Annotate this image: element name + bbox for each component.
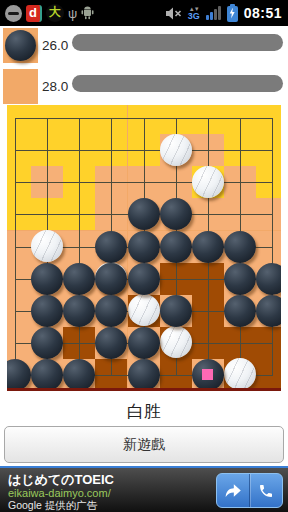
white-stone[interactable] (192, 166, 224, 198)
black-stone[interactable] (31, 295, 63, 327)
black-stone[interactable] (256, 263, 281, 295)
ad-url[interactable]: eikaiwa-daimyo.com/ (8, 487, 111, 499)
white-stone[interactable] (224, 358, 256, 390)
black-stone[interactable] (192, 231, 224, 263)
white-score: 28.0 (42, 71, 70, 103)
black-stone-thumbnail (3, 28, 38, 63)
black-stone[interactable] (128, 198, 160, 230)
black-stone[interactable] (256, 295, 281, 327)
black-score-row: 26.0 (0, 28, 288, 64)
black-stone[interactable] (95, 295, 127, 327)
black-stone[interactable] (192, 359, 224, 391)
call-phone-icon[interactable] (250, 474, 282, 507)
ad-action-buttons (216, 473, 283, 508)
mute-icon (166, 7, 182, 20)
signal-icon (206, 6, 221, 20)
share-arrow-icon[interactable] (217, 474, 250, 507)
white-stone[interactable] (160, 134, 192, 166)
black-stone[interactable] (160, 231, 192, 263)
black-stone[interactable] (128, 263, 160, 295)
black-score-bar (72, 34, 283, 51)
clock: 08:51 (244, 5, 284, 21)
power-circle-icon (5, 5, 22, 22)
result-text: 白胜 (0, 400, 288, 423)
ad-banner[interactable]: はじめてのTOEIC eikaiwa-daimyo.com/ Google 提供… (0, 466, 288, 512)
usb-icon: ψ (68, 5, 77, 22)
status-icons-left: d 大 ψ (0, 4, 94, 22)
black-stone[interactable] (224, 263, 256, 295)
black-stone[interactable] (63, 263, 95, 295)
battery-charging-icon (227, 6, 238, 22)
go-board[interactable] (7, 105, 281, 391)
walking-man-icon: 大 (46, 4, 64, 22)
black-stone[interactable] (31, 359, 63, 391)
board-cell[interactable] (7, 105, 31, 134)
black-stone[interactable] (63, 295, 95, 327)
black-stone[interactable] (31, 263, 63, 295)
board-cell[interactable] (256, 105, 281, 134)
black-stone[interactable] (224, 231, 256, 263)
black-stone[interactable] (95, 231, 127, 263)
white-score-row: 28.0 (0, 69, 288, 105)
last-move-marker (202, 369, 213, 380)
docomo-d-icon: d (26, 5, 42, 22)
black-stone[interactable] (224, 295, 256, 327)
black-stone[interactable] (128, 231, 160, 263)
black-stone[interactable] (128, 327, 160, 359)
white-stone-thumbnail (3, 69, 38, 104)
status-icons-right: ▲▼ 3G 08:51 (166, 5, 288, 22)
status-bar: d 大 ψ ▲▼ 3G 08:51 (0, 0, 288, 26)
white-stone[interactable] (160, 326, 192, 358)
black-stone[interactable] (160, 295, 192, 327)
white-score-bar (72, 75, 283, 92)
black-stone[interactable] (63, 359, 95, 391)
black-score: 26.0 (42, 30, 70, 62)
white-stone[interactable] (128, 294, 160, 326)
board-bottom-edge (7, 388, 281, 391)
black-stone[interactable] (160, 198, 192, 230)
black-stone[interactable] (95, 263, 127, 295)
black-stone[interactable] (128, 359, 160, 391)
network-3g-icon: ▲▼ 3G (188, 6, 200, 21)
new-game-button[interactable]: 新遊戲 (4, 426, 284, 463)
black-stone[interactable] (31, 327, 63, 359)
ad-sponsor: Google 提供的广告 (8, 499, 97, 512)
android-debug-icon (81, 6, 94, 20)
app-root: d 大 ψ ▲▼ 3G 08:51 (0, 0, 288, 512)
